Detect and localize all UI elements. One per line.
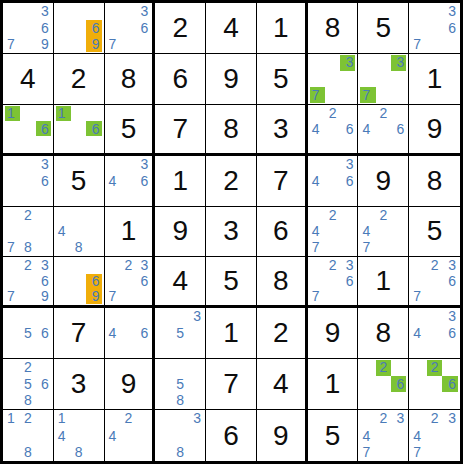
note-digit: 3 [340, 258, 355, 273]
note-digit: 7 [310, 289, 325, 304]
cell-r3c3[interactable]: 5 [105, 105, 156, 156]
highlighted-note-digit: 9 [86, 289, 101, 304]
note-digit: 6 [36, 20, 51, 36]
cell-r6c2[interactable]: 69 [54, 257, 105, 308]
cell-r1c4[interactable]: 2 [155, 3, 206, 54]
notes-grid: 148 [54, 410, 104, 461]
note-digit: 4 [56, 224, 71, 240]
cell-r6c8[interactable]: 1 [358, 257, 409, 308]
solved-digit: 3 [71, 370, 87, 398]
cell-r4c3[interactable]: 346 [105, 156, 156, 207]
cell-r5c6[interactable]: 6 [257, 207, 308, 258]
cell-r6c6[interactable]: 8 [257, 257, 308, 308]
notes-grid: 48 [54, 207, 104, 257]
cell-r8c9[interactable]: 26 [409, 359, 460, 410]
cell-r4c5[interactable]: 2 [206, 156, 257, 207]
note-digit: 6 [36, 376, 51, 392]
cell-r9c8[interactable]: 2347 [358, 410, 409, 461]
notes-grid: 2568 [3, 359, 53, 409]
cell-r3c2[interactable]: 16 [54, 105, 105, 156]
cell-r4c9[interactable]: 8 [409, 156, 460, 207]
note-digit: 4 [310, 121, 325, 136]
cell-r5c5[interactable]: 3 [206, 207, 257, 258]
cell-r4c4[interactable]: 1 [155, 156, 206, 207]
note-digit: 7 [411, 289, 427, 304]
solved-digit: 2 [172, 14, 188, 42]
cell-r7c2[interactable]: 7 [54, 308, 105, 359]
highlighted-note-digit: 3 [391, 55, 406, 71]
solved-digit: 1 [121, 217, 137, 245]
cell-r9c7[interactable]: 5 [308, 410, 359, 461]
solved-digit: 7 [223, 370, 239, 398]
solved-digit: 8 [427, 167, 443, 195]
solved-digit: 5 [71, 167, 87, 195]
cell-r7c4[interactable]: 35 [155, 308, 206, 359]
cell-r3c9[interactable]: 9 [409, 105, 460, 156]
note-digit: 4 [310, 173, 325, 189]
notes-grid: 26 [409, 359, 460, 409]
notes-grid: 46 [105, 308, 153, 358]
note-digit: 4 [411, 427, 427, 443]
solved-digit: 8 [376, 319, 392, 347]
solved-digit: 1 [427, 65, 443, 93]
solved-digit: 9 [325, 319, 341, 347]
highlighted-note-digit: 1 [5, 106, 20, 121]
cell-r8c6[interactable]: 4 [257, 359, 308, 410]
cell-r1c1[interactable]: 3679 [3, 3, 54, 54]
cell-r9c3[interactable]: 24 [105, 410, 156, 461]
note-digit: 7 [411, 36, 427, 52]
notes-grid: 367 [105, 3, 153, 53]
cell-r9c2[interactable]: 148 [54, 410, 105, 461]
notes-grid: 69 [54, 257, 104, 305]
cell-r9c4[interactable]: 38 [155, 410, 206, 461]
cell-r7c6[interactable]: 2 [257, 308, 308, 359]
note-digit: 7 [411, 444, 427, 460]
note-digit: 3 [136, 258, 151, 273]
cell-r1c3[interactable]: 367 [105, 3, 156, 54]
cell-r4c6[interactable]: 7 [257, 156, 308, 207]
note-digit: 3 [136, 4, 151, 20]
note-digit: 6 [340, 173, 355, 189]
note-digit: 2 [376, 411, 391, 427]
notes-grid: 24 [105, 410, 153, 461]
note-digit: 2 [325, 208, 340, 224]
solved-digit: 1 [376, 267, 392, 295]
notes-grid: 346 [409, 308, 460, 358]
notes-grid: 2347 [358, 410, 408, 461]
note-digit: 4 [360, 121, 375, 136]
note-digit: 2 [325, 106, 340, 121]
highlighted-note-digit: 6 [86, 274, 101, 289]
solved-digit: 4 [223, 14, 239, 42]
notes-grid: 2367 [308, 257, 358, 305]
notes-grid: 2347 [409, 410, 460, 461]
note-digit: 8 [20, 392, 35, 408]
notes-grid: 2367 [409, 257, 460, 305]
solved-digit: 6 [223, 422, 239, 450]
note-digit: 4 [411, 325, 427, 341]
note-digit: 2 [20, 411, 35, 427]
notes-grid: 58 [155, 359, 205, 409]
note-digit: 7 [5, 289, 20, 304]
note-digit: 8 [20, 444, 35, 460]
solved-digit: 8 [121, 65, 137, 93]
solved-digit: 7 [273, 167, 289, 195]
note-digit: 4 [360, 427, 375, 443]
notes-grid: 16 [3, 105, 53, 153]
cell-r8c4[interactable]: 58 [155, 359, 206, 410]
note-digit: 3 [442, 258, 458, 273]
cell-r7c1[interactable]: 56 [3, 308, 54, 359]
cell-r6c1[interactable]: 23679 [3, 257, 54, 308]
cell-r2c9[interactable]: 1 [409, 54, 460, 105]
cell-r2c6[interactable]: 5 [257, 54, 308, 105]
notes-grid: 246 [358, 105, 408, 153]
highlighted-note-digit: 6 [442, 376, 458, 392]
solved-digit: 8 [223, 115, 239, 143]
notes-grid: 247 [358, 207, 408, 257]
solved-digit: 9 [427, 115, 443, 143]
note-digit: 2 [376, 208, 391, 224]
note-digit: 3 [36, 157, 51, 173]
note-digit: 2 [121, 258, 136, 273]
note-digit: 8 [71, 239, 86, 255]
highlighted-note-digit: 7 [310, 87, 325, 103]
cell-r5c3[interactable]: 1 [105, 207, 156, 258]
solved-digit: 1 [172, 167, 188, 195]
cell-r8c8[interactable]: 26 [358, 359, 409, 410]
note-digit: 2 [427, 258, 443, 273]
highlighted-note-digit: 3 [340, 55, 355, 71]
cell-r1c2[interactable]: 69 [54, 3, 105, 54]
cell-r8c7[interactable]: 1 [308, 359, 359, 410]
solved-digit: 5 [427, 217, 443, 245]
cell-r7c8[interactable]: 8 [358, 308, 409, 359]
cell-r8c1[interactable]: 2568 [3, 359, 54, 410]
cell-r4c7[interactable]: 346 [308, 156, 359, 207]
highlighted-note-digit: 6 [86, 20, 101, 36]
note-digit: 5 [173, 325, 188, 341]
cell-r9c1[interactable]: 128 [3, 410, 54, 461]
cell-r4c8[interactable]: 9 [358, 156, 409, 207]
note-digit: 9 [36, 289, 51, 304]
note-digit: 6 [136, 325, 151, 341]
solved-digit: 9 [223, 65, 239, 93]
note-digit: 6 [36, 173, 51, 189]
note-digit: 7 [360, 239, 375, 255]
cell-r5c1[interactable]: 278 [3, 207, 54, 258]
cell-r1c7[interactable]: 8 [308, 3, 359, 54]
solved-digit: 6 [172, 65, 188, 93]
cell-r5c4[interactable]: 9 [155, 207, 206, 258]
cell-r7c9[interactable]: 346 [409, 308, 460, 359]
note-digit: 3 [391, 411, 406, 427]
note-digit: 2 [20, 258, 35, 273]
solved-digit: 8 [273, 267, 289, 295]
note-digit: 1 [56, 411, 71, 427]
notes-grid: 16 [54, 105, 104, 153]
solved-digit: 9 [172, 217, 188, 245]
cell-r2c5[interactable]: 9 [206, 54, 257, 105]
solved-digit: 5 [273, 65, 289, 93]
cell-r1c8[interactable]: 5 [358, 3, 409, 54]
note-digit: 4 [107, 325, 122, 341]
solved-digit: 9 [121, 370, 137, 398]
solved-digit: 1 [273, 14, 289, 42]
cell-r8c2[interactable]: 3 [54, 359, 105, 410]
note-digit: 6 [340, 274, 355, 289]
note-digit: 8 [173, 444, 188, 460]
notes-grid: 26 [358, 359, 408, 409]
cell-r5c2[interactable]: 48 [54, 207, 105, 258]
highlighted-note-digit: 6 [86, 121, 101, 136]
solved-digit: 5 [325, 422, 341, 450]
note-digit: 5 [20, 376, 35, 392]
note-digit: 3 [36, 4, 51, 20]
solved-digit: 4 [273, 370, 289, 398]
cell-r1c6[interactable]: 1 [257, 3, 308, 54]
notes-grid: 346 [308, 156, 358, 206]
note-digit: 2 [121, 411, 136, 427]
note-digit: 3 [188, 411, 203, 427]
solved-digit: 2 [273, 319, 289, 347]
note-digit: 7 [5, 36, 20, 52]
notes-grid: 56 [3, 308, 53, 358]
cell-r9c6[interactable]: 9 [257, 410, 308, 461]
cell-r8c5[interactable]: 7 [206, 359, 257, 410]
notes-grid: 69 [54, 3, 104, 53]
cell-r4c2[interactable]: 5 [54, 156, 105, 207]
solved-digit: 3 [223, 217, 239, 245]
solved-digit: 2 [223, 167, 239, 195]
cell-r5c8[interactable]: 247 [358, 207, 409, 258]
highlighted-note-digit: 1 [56, 106, 71, 121]
cell-r7c7[interactable]: 9 [308, 308, 359, 359]
note-digit: 2 [20, 360, 35, 376]
note-digit: 9 [36, 36, 51, 52]
note-digit: 3 [442, 309, 458, 325]
note-digit: 6 [136, 173, 151, 189]
solved-digit: 7 [71, 319, 87, 347]
note-digit: 7 [360, 444, 375, 460]
cell-r6c9[interactable]: 2367 [409, 257, 460, 308]
note-digit: 6 [391, 121, 406, 136]
note-digit: 3 [442, 411, 458, 427]
cell-r3c5[interactable]: 8 [206, 105, 257, 156]
notes-grid: 246 [308, 105, 358, 153]
cell-r3c7[interactable]: 246 [308, 105, 359, 156]
notes-grid: 2367 [105, 257, 153, 305]
cell-r5c9[interactable]: 5 [409, 207, 460, 258]
cell-r6c5[interactable]: 5 [206, 257, 257, 308]
notes-grid: 3679 [3, 3, 53, 53]
note-digit: 7 [310, 239, 325, 255]
cell-r2c1[interactable]: 4 [3, 54, 54, 105]
cell-r3c6[interactable]: 3 [257, 105, 308, 156]
notes-grid: 36 [3, 156, 53, 206]
notes-grid: 247 [308, 207, 358, 257]
note-digit: 8 [20, 239, 35, 255]
highlighted-note-digit: 7 [360, 87, 375, 103]
cell-r6c3[interactable]: 2367 [105, 257, 156, 308]
cell-r9c5[interactable]: 6 [206, 410, 257, 461]
cell-r4c1[interactable]: 36 [3, 156, 54, 207]
note-digit: 4 [56, 427, 71, 443]
note-digit: 4 [107, 427, 122, 443]
notes-grid: 38 [155, 410, 205, 461]
sudoku-board: 3679693672418536742869537371161657832462… [0, 0, 463, 464]
note-digit: 5 [173, 376, 188, 392]
note-digit: 6 [340, 121, 355, 136]
cell-r2c3[interactable]: 8 [105, 54, 156, 105]
solved-digit: 1 [325, 370, 341, 398]
solved-digit: 9 [376, 167, 392, 195]
cell-r3c4[interactable]: 7 [155, 105, 206, 156]
note-digit: 6 [442, 274, 458, 289]
note-digit: 2 [325, 258, 340, 273]
solved-digit: 5 [376, 14, 392, 42]
cell-r2c4[interactable]: 6 [155, 54, 206, 105]
cell-r1c9[interactable]: 367 [409, 3, 460, 54]
highlighted-note-digit: 2 [427, 360, 443, 376]
notes-grid: 37 [358, 54, 408, 104]
note-digit: 7 [107, 289, 122, 304]
note-digit: 4 [360, 224, 375, 240]
cell-r1c5[interactable]: 4 [206, 3, 257, 54]
note-digit: 3 [36, 258, 51, 273]
note-digit: 6 [36, 274, 51, 289]
solved-digit: 8 [325, 14, 341, 42]
cell-r7c5[interactable]: 1 [206, 308, 257, 359]
notes-grid: 346 [105, 156, 153, 206]
note-digit: 4 [310, 224, 325, 240]
cell-r3c1[interactable]: 16 [3, 105, 54, 156]
note-digit: 6 [136, 274, 151, 289]
notes-grid: 278 [3, 207, 53, 257]
highlighted-note-digit: 6 [36, 121, 51, 136]
notes-grid: 128 [3, 410, 53, 461]
cell-r8c3[interactable]: 9 [105, 359, 156, 410]
note-digit: 6 [442, 325, 458, 341]
cell-r5c7[interactable]: 247 [308, 207, 359, 258]
note-digit: 6 [136, 20, 151, 36]
cell-r2c8[interactable]: 37 [358, 54, 409, 105]
notes-grid: 367 [409, 3, 460, 53]
solved-digit: 4 [172, 267, 188, 295]
cell-r3c8[interactable]: 246 [358, 105, 409, 156]
notes-grid: 35 [155, 308, 205, 358]
note-digit: 7 [5, 239, 20, 255]
note-digit: 3 [442, 4, 458, 20]
note-digit: 4 [107, 173, 122, 189]
note-digit: 6 [442, 20, 458, 36]
note-digit: 5 [20, 325, 35, 341]
cell-r6c4[interactable]: 4 [155, 257, 206, 308]
highlighted-note-digit: 2 [376, 360, 391, 376]
note-digit: 8 [71, 444, 86, 460]
solved-digit: 5 [121, 115, 137, 143]
cell-r7c3[interactable]: 46 [105, 308, 156, 359]
note-digit: 2 [20, 208, 35, 224]
cell-r9c9[interactable]: 2347 [409, 410, 460, 461]
solved-digit: 6 [273, 217, 289, 245]
highlighted-note-digit: 6 [391, 376, 406, 392]
note-digit: 2 [427, 411, 443, 427]
note-digit: 1 [5, 411, 20, 427]
note-digit: 6 [36, 325, 51, 341]
solved-digit: 5 [223, 267, 239, 295]
note-digit: 3 [340, 157, 355, 173]
highlighted-note-digit: 9 [86, 36, 101, 52]
note-digit: 3 [136, 157, 151, 173]
cell-r2c7[interactable]: 37 [308, 54, 359, 105]
solved-digit: 4 [20, 65, 36, 93]
note-digit: 8 [173, 392, 188, 408]
note-digit: 2 [376, 106, 391, 121]
cell-r2c2[interactable]: 2 [54, 54, 105, 105]
notes-grid: 23679 [3, 257, 53, 305]
solved-digit: 1 [223, 319, 239, 347]
solved-digit: 2 [71, 65, 87, 93]
notes-grid: 37 [308, 54, 358, 104]
note-digit: 7 [107, 36, 122, 52]
solved-digit: 7 [172, 115, 188, 143]
solved-digit: 3 [273, 115, 289, 143]
note-digit: 3 [188, 309, 203, 325]
solved-digit: 9 [273, 422, 289, 450]
cell-r6c7[interactable]: 2367 [308, 257, 359, 308]
